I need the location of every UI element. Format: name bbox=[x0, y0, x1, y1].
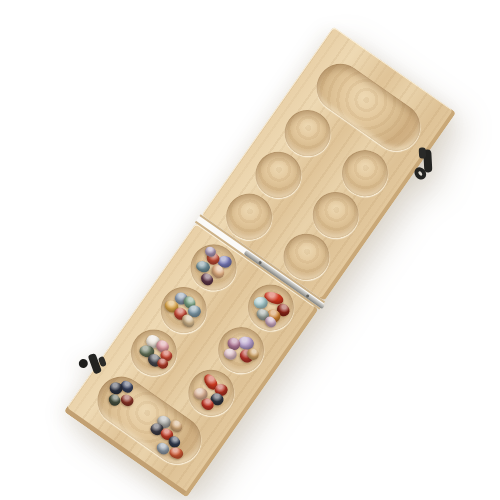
latch-knob bbox=[77, 357, 90, 370]
mancala-board bbox=[64, 26, 456, 497]
latch-mount bbox=[419, 147, 427, 158]
gemstone bbox=[119, 391, 136, 407]
gemstone bbox=[168, 445, 185, 461]
board-shadow-wrap bbox=[0, 0, 500, 500]
hinge-screw bbox=[305, 294, 309, 298]
product-photo bbox=[0, 0, 500, 500]
hinge-screw bbox=[258, 261, 262, 265]
gemstone bbox=[107, 392, 123, 408]
